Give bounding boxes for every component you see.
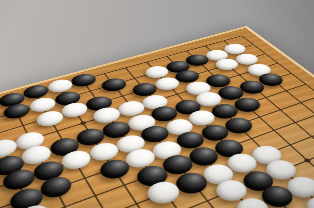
go-board-photo bbox=[0, 0, 314, 208]
go-board bbox=[0, 26, 314, 208]
scene bbox=[0, 0, 314, 208]
